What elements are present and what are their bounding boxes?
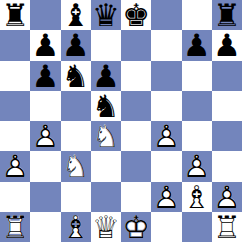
black-bishop[interactable]: ♝ — [61, 0, 91, 30]
white-pawn[interactable]: ♟♙ — [182, 151, 212, 181]
black-pawn[interactable]: ♟ — [212, 30, 242, 60]
black-pawn[interactable]: ♟ — [61, 30, 91, 60]
white-pawn[interactable]: ♟♙ — [30, 121, 60, 151]
black-piece-glyph: ♟ — [182, 30, 212, 60]
square-d3[interactable] — [91, 151, 121, 181]
square-h8[interactable]: ♜ — [212, 0, 242, 30]
square-e8[interactable]: ♚ — [121, 0, 151, 30]
white-piece-outline: ♕ — [91, 212, 121, 242]
square-c1[interactable]: ♝♗ — [61, 212, 91, 242]
square-b7[interactable]: ♟ — [30, 30, 60, 60]
square-a8[interactable]: ♜ — [0, 0, 30, 30]
square-g7[interactable]: ♟ — [182, 30, 212, 60]
black-piece-glyph: ♟ — [91, 61, 121, 91]
black-piece-glyph: ♜ — [212, 0, 242, 30]
square-e7[interactable] — [121, 30, 151, 60]
square-a6[interactable] — [0, 61, 30, 91]
black-queen[interactable]: ♛ — [91, 0, 121, 30]
white-rook[interactable]: ♜♖ — [212, 212, 242, 242]
square-g8[interactable] — [182, 0, 212, 30]
square-h7[interactable]: ♟ — [212, 30, 242, 60]
square-h2[interactable]: ♟♙ — [212, 182, 242, 212]
square-d1[interactable]: ♛♕ — [91, 212, 121, 242]
white-king[interactable]: ♚♔ — [121, 212, 151, 242]
black-pawn[interactable]: ♟ — [30, 30, 60, 60]
white-piece-outline: ♙ — [0, 151, 30, 181]
black-piece-glyph: ♞ — [61, 61, 91, 91]
square-a2[interactable] — [0, 182, 30, 212]
square-f8[interactable] — [151, 0, 181, 30]
square-a4[interactable] — [0, 121, 30, 151]
white-bishop[interactable]: ♝♗ — [182, 182, 212, 212]
square-d5[interactable]: ♞ — [91, 91, 121, 121]
white-knight[interactable]: ♞♘ — [91, 121, 121, 151]
square-b2[interactable] — [30, 182, 60, 212]
square-f6[interactable] — [151, 61, 181, 91]
black-knight[interactable]: ♞ — [61, 61, 91, 91]
square-c7[interactable]: ♟ — [61, 30, 91, 60]
square-e6[interactable] — [121, 61, 151, 91]
square-f3[interactable] — [151, 151, 181, 181]
square-f2[interactable]: ♟♙ — [151, 182, 181, 212]
black-rook[interactable]: ♜ — [0, 0, 30, 30]
white-piece-outline: ♔ — [121, 212, 151, 242]
white-piece-outline: ♙ — [151, 121, 181, 151]
square-c2[interactable] — [61, 182, 91, 212]
square-c4[interactable] — [61, 121, 91, 151]
square-g3[interactable]: ♟♙ — [182, 151, 212, 181]
square-d6[interactable]: ♟ — [91, 61, 121, 91]
black-rook[interactable]: ♜ — [212, 0, 242, 30]
square-b3[interactable] — [30, 151, 60, 181]
black-pawn[interactable]: ♟ — [182, 30, 212, 60]
black-king[interactable]: ♚ — [121, 0, 151, 30]
square-c8[interactable]: ♝ — [61, 0, 91, 30]
square-f5[interactable] — [151, 91, 181, 121]
white-rook[interactable]: ♜♖ — [0, 212, 30, 242]
black-piece-glyph: ♞ — [91, 91, 121, 121]
white-pawn[interactable]: ♟♙ — [212, 182, 242, 212]
square-a3[interactable]: ♟♙ — [0, 151, 30, 181]
chess-board: ♜♝♛♚♜♟♟♟♟♟♞♟♞♟♙♞♘♟♙♟♙♞♘♟♙♟♙♝♗♟♙♜♖♝♗♛♕♚♔♜… — [0, 0, 242, 242]
square-f7[interactable] — [151, 30, 181, 60]
square-b4[interactable]: ♟♙ — [30, 121, 60, 151]
white-piece-outline: ♘ — [61, 151, 91, 181]
white-knight[interactable]: ♞♘ — [61, 151, 91, 181]
white-piece-outline: ♖ — [212, 212, 242, 242]
white-piece-outline: ♙ — [151, 182, 181, 212]
square-e4[interactable] — [121, 121, 151, 151]
white-pawn[interactable]: ♟♙ — [151, 182, 181, 212]
black-pawn[interactable]: ♟ — [30, 61, 60, 91]
white-piece-outline: ♘ — [91, 121, 121, 151]
square-a1[interactable]: ♜♖ — [0, 212, 30, 242]
square-e3[interactable] — [121, 151, 151, 181]
square-a7[interactable] — [0, 30, 30, 60]
black-piece-glyph: ♚ — [121, 0, 151, 30]
square-c3[interactable]: ♞♘ — [61, 151, 91, 181]
square-c6[interactable]: ♞ — [61, 61, 91, 91]
white-piece-outline: ♗ — [61, 212, 91, 242]
square-c5[interactable] — [61, 91, 91, 121]
black-piece-glyph: ♟ — [30, 61, 60, 91]
white-piece-outline: ♙ — [212, 182, 242, 212]
square-d7[interactable] — [91, 30, 121, 60]
square-b6[interactable]: ♟ — [30, 61, 60, 91]
white-queen[interactable]: ♛♕ — [91, 212, 121, 242]
square-f1[interactable] — [151, 212, 181, 242]
black-piece-glyph: ♝ — [61, 0, 91, 30]
white-piece-outline: ♙ — [182, 151, 212, 181]
square-b5[interactable] — [30, 91, 60, 121]
square-a5[interactable] — [0, 91, 30, 121]
square-g1[interactable] — [182, 212, 212, 242]
square-h4[interactable] — [212, 121, 242, 151]
black-piece-glyph: ♟ — [61, 30, 91, 60]
square-e2[interactable] — [121, 182, 151, 212]
white-piece-outline: ♙ — [30, 121, 60, 151]
square-h6[interactable] — [212, 61, 242, 91]
black-piece-glyph: ♛ — [91, 0, 121, 30]
square-h5[interactable] — [212, 91, 242, 121]
square-h3[interactable] — [212, 151, 242, 181]
black-piece-glyph: ♟ — [30, 30, 60, 60]
square-d8[interactable]: ♛ — [91, 0, 121, 30]
white-piece-outline: ♖ — [0, 212, 30, 242]
white-piece-outline: ♗ — [182, 182, 212, 212]
square-b1[interactable] — [30, 212, 60, 242]
square-d4[interactable]: ♞♘ — [91, 121, 121, 151]
black-piece-glyph: ♟ — [212, 30, 242, 60]
white-pawn[interactable]: ♟♙ — [151, 121, 181, 151]
square-h1[interactable]: ♜♖ — [212, 212, 242, 242]
black-piece-glyph: ♜ — [0, 0, 30, 30]
square-e1[interactable]: ♚♔ — [121, 212, 151, 242]
white-bishop[interactable]: ♝♗ — [61, 212, 91, 242]
square-e5[interactable] — [121, 91, 151, 121]
square-g6[interactable] — [182, 61, 212, 91]
white-pawn[interactable]: ♟♙ — [0, 151, 30, 181]
square-g5[interactable] — [182, 91, 212, 121]
black-pawn[interactable]: ♟ — [91, 61, 121, 91]
square-b8[interactable] — [30, 0, 60, 30]
square-g4[interactable] — [182, 121, 212, 151]
square-f4[interactable]: ♟♙ — [151, 121, 181, 151]
square-d2[interactable] — [91, 182, 121, 212]
square-g2[interactable]: ♝♗ — [182, 182, 212, 212]
black-knight[interactable]: ♞ — [91, 91, 121, 121]
